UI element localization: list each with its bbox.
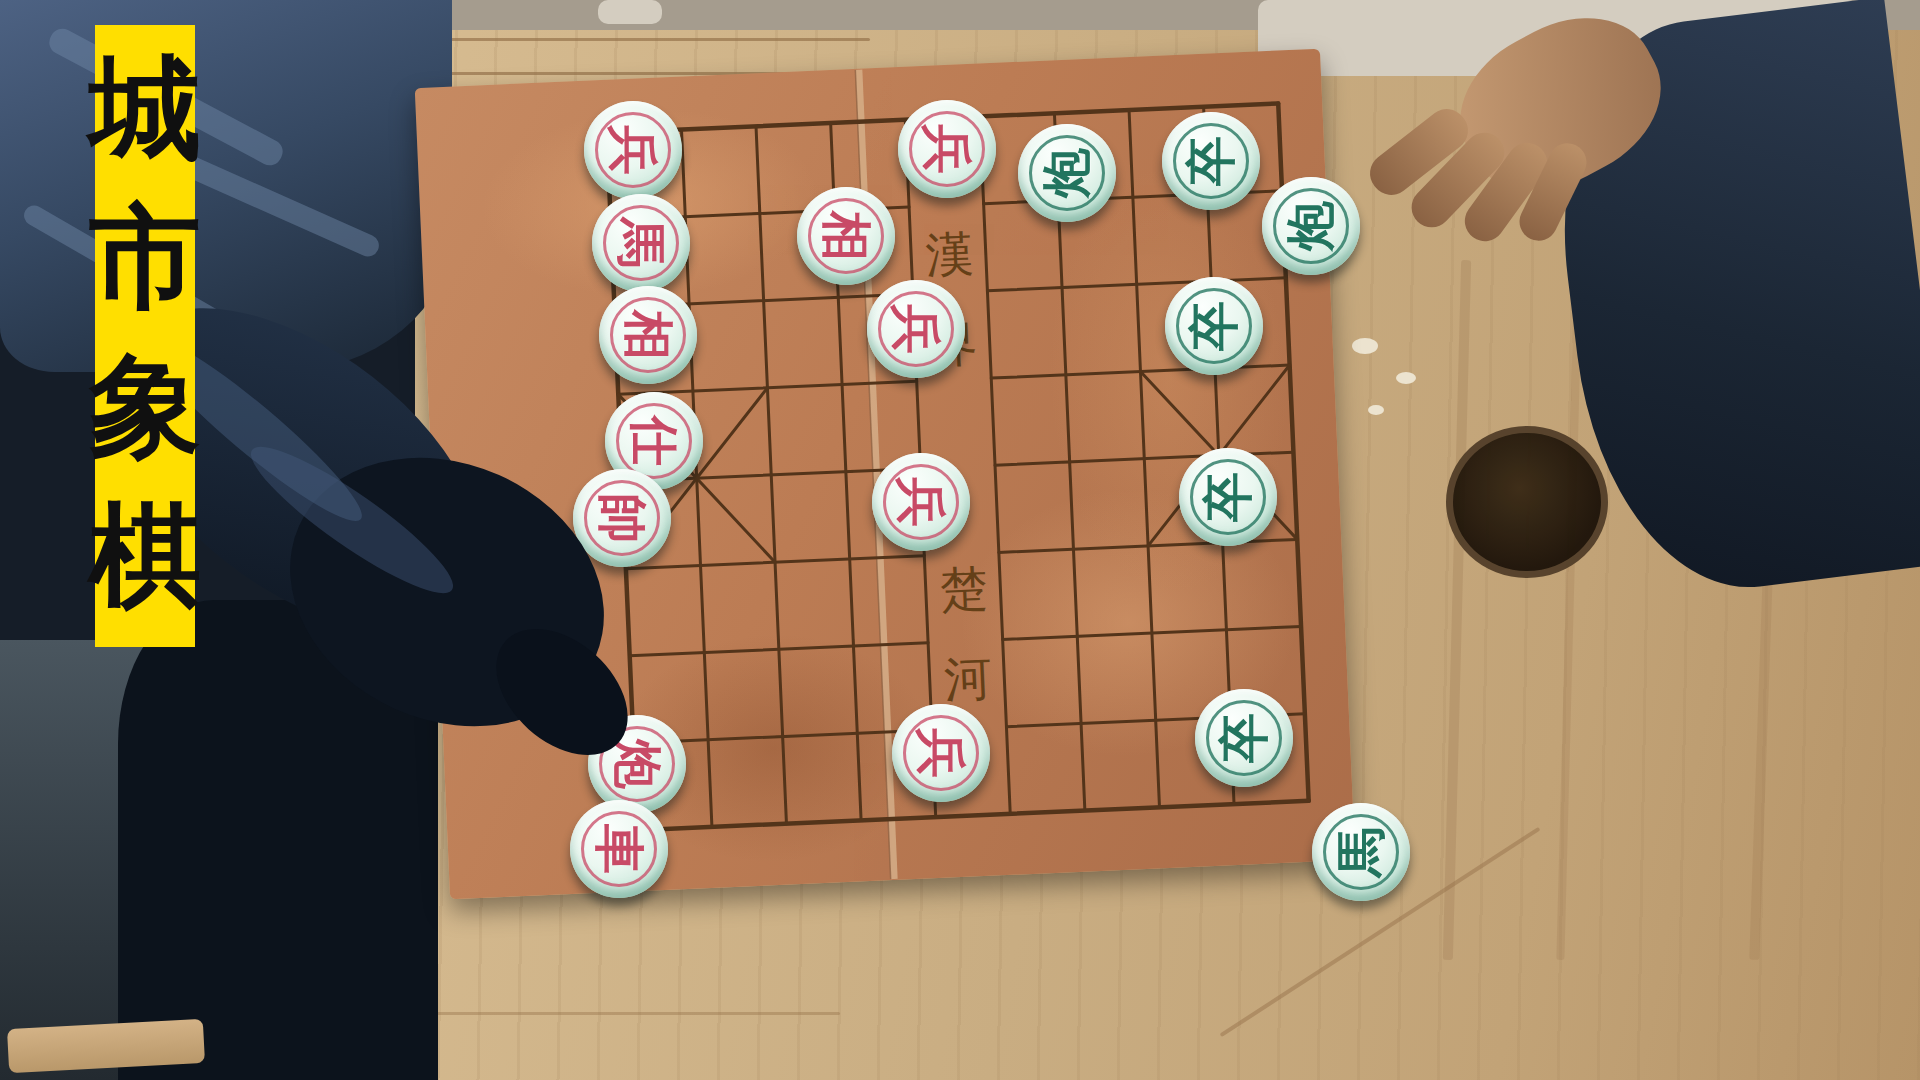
wall-patch bbox=[598, 0, 662, 24]
banner-char: 城 bbox=[89, 35, 201, 184]
wood-grain bbox=[420, 1012, 840, 1015]
street-xiangqi-scene: 漢 界 楚 河 兵馬相仕帥相兵兵兵兵炮車炮卒炮卒卒卒馬 城市象棋 bbox=[0, 0, 1920, 1080]
board-grid: 漢 界 楚 河 bbox=[415, 49, 1356, 900]
paint-chip bbox=[1352, 338, 1378, 354]
wood-grain bbox=[430, 38, 870, 41]
banner-char: 象 bbox=[89, 333, 201, 482]
banner-char: 市 bbox=[89, 184, 201, 333]
left-player-lap bbox=[118, 600, 438, 1080]
board-fold-crease bbox=[855, 70, 897, 880]
basket bbox=[1446, 426, 1608, 578]
svg-text:漢: 漢 bbox=[924, 225, 974, 283]
svg-text:界: 界 bbox=[928, 315, 978, 373]
banner-char: 棋 bbox=[89, 482, 201, 631]
svg-text:河: 河 bbox=[943, 650, 993, 708]
river-calligraphy: 漢 界 楚 河 bbox=[924, 225, 993, 708]
svg-text:楚: 楚 bbox=[939, 560, 989, 618]
paint-chip bbox=[1396, 372, 1416, 384]
xiangqi-board[interactable]: 漢 界 楚 河 bbox=[415, 49, 1356, 900]
paint-chip bbox=[1368, 405, 1384, 415]
title-banner: 城市象棋 bbox=[95, 25, 195, 647]
